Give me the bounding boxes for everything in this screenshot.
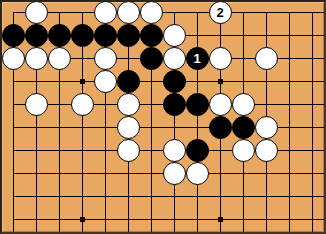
star-point [218, 79, 223, 84]
stone-white-10-4[interactable] [232, 93, 255, 116]
stone-white-5-5[interactable] [117, 116, 140, 139]
stone-white-1-2[interactable] [25, 47, 48, 70]
stone-black-8-4[interactable] [186, 93, 209, 116]
stone-white-1-4[interactable] [25, 93, 48, 116]
stone-black-10-5[interactable] [232, 116, 255, 139]
stone-white-7-1[interactable] [163, 24, 186, 47]
stone-black-0-1[interactable] [2, 24, 25, 47]
stone-black-5-3[interactable] [117, 70, 140, 93]
stone-white-4-0[interactable] [94, 1, 117, 24]
stone-black-7-3[interactable] [163, 70, 186, 93]
stone-white-5-6[interactable] [117, 139, 140, 162]
stone-white-3-4[interactable] [71, 93, 94, 116]
grid-line-vertical [289, 12, 290, 234]
stone-white-4-2[interactable] [94, 47, 117, 70]
stone-black-7-4[interactable] [163, 93, 186, 116]
grid-line-horizontal [13, 127, 326, 128]
stone-white-7-7[interactable] [163, 162, 186, 185]
stone-black-8-6[interactable] [186, 139, 209, 162]
stone-white-7-2[interactable] [163, 47, 186, 70]
stone-black-6-2[interactable] [140, 47, 163, 70]
move-number-label: 2 [216, 6, 223, 19]
stone-black-8-2[interactable]: 1 [186, 47, 209, 70]
star-point [80, 79, 85, 84]
stone-black-3-1[interactable] [71, 24, 94, 47]
stone-black-2-1[interactable] [48, 24, 71, 47]
grid-line-horizontal [13, 12, 326, 13]
go-board[interactable]: 21 [0, 0, 326, 234]
stone-white-9-0[interactable]: 2 [209, 1, 232, 24]
grid-line-vertical [312, 12, 313, 234]
star-point [218, 217, 223, 222]
stone-black-4-1[interactable] [94, 24, 117, 47]
stone-white-6-0[interactable] [140, 1, 163, 24]
stone-white-1-0[interactable] [25, 1, 48, 24]
grid-line-horizontal [13, 219, 326, 220]
stone-white-9-4[interactable] [209, 93, 232, 116]
star-point [80, 217, 85, 222]
stone-black-9-5[interactable] [209, 116, 232, 139]
stone-white-5-0[interactable] [117, 1, 140, 24]
move-number-label: 1 [193, 52, 200, 65]
grid-line-vertical [197, 12, 198, 234]
grid-line-horizontal [13, 196, 326, 197]
stone-white-11-5[interactable] [255, 116, 278, 139]
stone-white-8-7[interactable] [186, 162, 209, 185]
stone-black-5-1[interactable] [117, 24, 140, 47]
stone-white-9-2[interactable] [209, 47, 232, 70]
stone-white-10-6[interactable] [232, 139, 255, 162]
stone-white-11-6[interactable] [255, 139, 278, 162]
stone-white-4-3[interactable] [94, 70, 117, 93]
stone-black-6-1[interactable] [140, 24, 163, 47]
stone-white-7-6[interactable] [163, 139, 186, 162]
stone-black-1-1[interactable] [25, 24, 48, 47]
stone-white-5-4[interactable] [117, 93, 140, 116]
stone-white-0-2[interactable] [2, 47, 25, 70]
stone-white-2-2[interactable] [48, 47, 71, 70]
stone-white-11-2[interactable] [255, 47, 278, 70]
